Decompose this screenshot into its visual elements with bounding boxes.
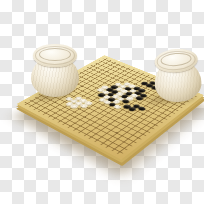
bowl-lid <box>33 44 77 67</box>
stone-bowl-right <box>152 47 204 105</box>
stone-bowl-left <box>31 44 79 98</box>
photo-canvas: ●●●●●●○○●●○○●○●●●○○●○●○●●○●○○○●○○●●●●○●○… <box>0 0 204 204</box>
